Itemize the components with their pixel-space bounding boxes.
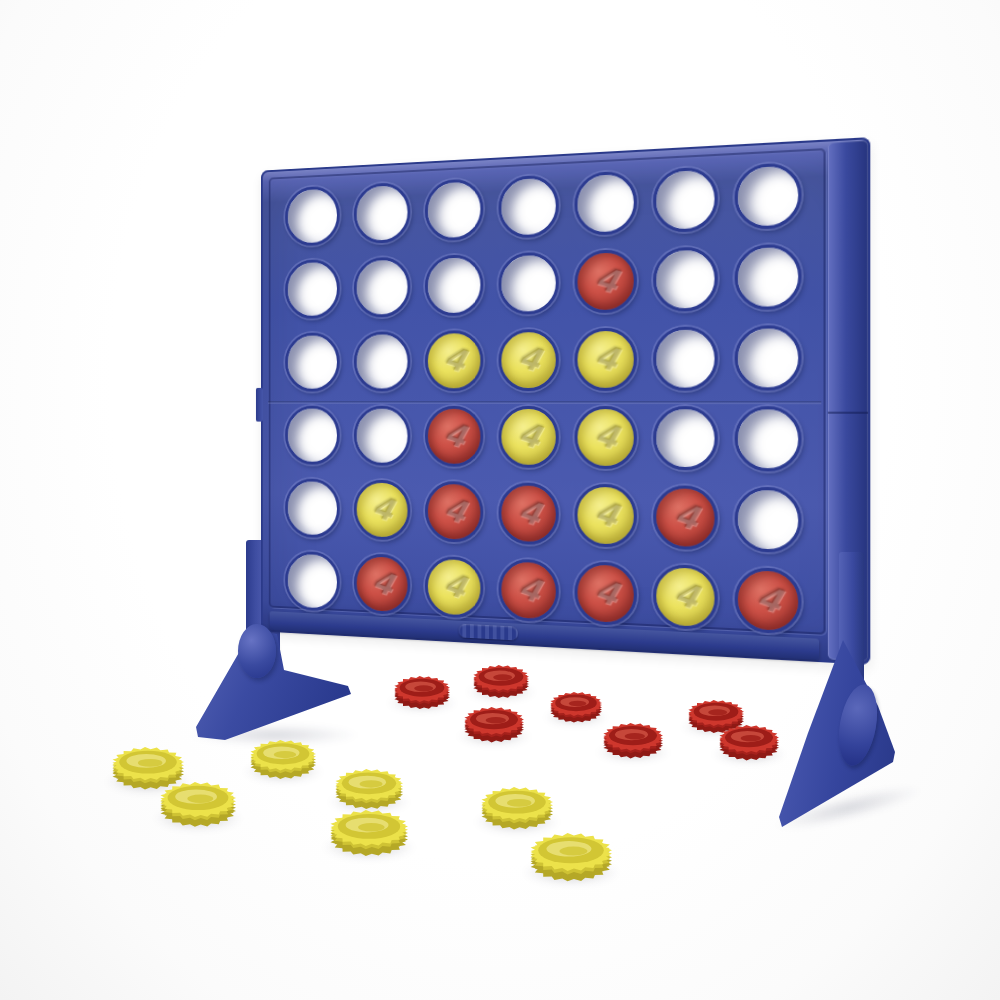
loose-disc-red-3[interactable] — [455, 700, 533, 751]
loose-disc-red-7[interactable] — [710, 718, 788, 769]
loose-disc-yellow-12[interactable] — [321, 803, 417, 865]
loose-disc-yellow-9[interactable] — [151, 775, 245, 836]
loose-disc-red-5[interactable] — [594, 716, 672, 767]
connect-four-photo: 444444444444444444 — [0, 0, 1000, 1000]
loose-disc-yellow-14[interactable] — [521, 826, 621, 890]
loose-discs-layer — [0, 0, 1000, 1000]
loose-disc-yellow-10[interactable] — [241, 733, 325, 788]
loose-disc-red-1[interactable] — [385, 669, 459, 718]
